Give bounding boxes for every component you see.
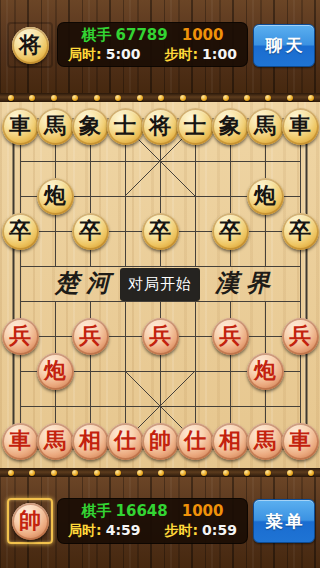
bottom-game-time-label: 局时: [68, 522, 102, 540]
stud-nail-icon [287, 470, 293, 476]
top-game-time-label: 局时: [68, 46, 102, 64]
bottom-player-id: 16648 [116, 502, 168, 520]
piece-black-horse[interactable]: 馬 [37, 108, 74, 145]
piece-red-horse[interactable]: 馬 [247, 423, 284, 460]
stud-nail-icon [265, 95, 271, 101]
river-label-han-jie: 漢界 [215, 265, 277, 301]
game-start-toast: 对局开始 [120, 268, 200, 301]
piece-red-cannon[interactable]: 炮 [37, 353, 74, 390]
piece-black-elephant[interactable]: 象 [72, 108, 109, 145]
stud-nail-icon [94, 95, 100, 101]
top-game-time-value: 5:00 [106, 46, 141, 62]
stud-nail-icon [158, 470, 164, 476]
piece-red-elephant[interactable]: 相 [72, 423, 109, 460]
top-player-id: 67789 [116, 26, 168, 44]
red-general-indicator-piece: 帥 [12, 503, 49, 540]
piece-red-rook[interactable]: 車 [2, 423, 39, 460]
board-bottom-edge-studs [0, 468, 320, 477]
stud-nail-icon [244, 95, 250, 101]
stud-nail-icon [265, 470, 271, 476]
top-player-rating: 1000 [182, 26, 224, 44]
bottom-player-name: 棋手 [82, 502, 112, 521]
piece-black-elephant[interactable]: 象 [212, 108, 249, 145]
stud-nail-icon [29, 470, 35, 476]
bottom-player-info-panel: 棋手 16648 1000 局时: 4:59 步时: 0:59 [57, 498, 248, 544]
top-turn-indicator-slot: 将 [7, 22, 53, 68]
piece-red-horse[interactable]: 馬 [37, 423, 74, 460]
stud-nail-icon [72, 470, 78, 476]
piece-black-cannon[interactable]: 炮 [37, 178, 74, 215]
stud-nail-icon [137, 470, 143, 476]
stud-nail-icon [115, 470, 121, 476]
xiangqi-board[interactable]: 楚河 漢界 車馬象士将士象馬車炮炮卒卒卒卒卒兵兵兵兵兵炮炮車馬相仕帥仕相馬車 对… [0, 102, 320, 468]
piece-black-soldier[interactable]: 卒 [2, 213, 39, 250]
piece-red-soldier[interactable]: 兵 [282, 318, 319, 355]
stud-nail-icon [8, 95, 14, 101]
piece-black-advisor[interactable]: 士 [177, 108, 214, 145]
bottom-game-time-value: 4:59 [106, 522, 141, 538]
piece-red-rook[interactable]: 車 [282, 423, 319, 460]
stud-nail-icon [29, 95, 35, 101]
top-player-bar: 将 棋手 67789 1000 局时: 5:00 步时: 1:00 [0, 0, 320, 93]
piece-red-advisor[interactable]: 仕 [107, 423, 144, 460]
stud-nail-icon [137, 95, 143, 101]
bottom-move-time-value: 0:59 [202, 522, 237, 538]
top-player-name: 棋手 [82, 26, 112, 45]
top-move-time-label: 步时: [165, 46, 199, 64]
bottom-turn-indicator-slot: 帥 [7, 498, 53, 544]
top-move-time-value: 1:00 [202, 46, 237, 62]
piece-red-soldier[interactable]: 兵 [142, 318, 179, 355]
stud-nail-icon [180, 95, 186, 101]
stud-nail-icon [287, 95, 293, 101]
bottom-move-time-label: 步时: [165, 522, 199, 540]
piece-red-soldier[interactable]: 兵 [72, 318, 109, 355]
stud-nail-icon [158, 95, 164, 101]
stud-nail-icon [51, 470, 57, 476]
xiangqi-app-screen: 将 棋手 67789 1000 局时: 5:00 步时: 1:00 [0, 0, 320, 568]
stud-nail-icon [244, 470, 250, 476]
bottom-player-rating: 1000 [182, 502, 224, 520]
piece-black-soldier[interactable]: 卒 [72, 213, 109, 250]
river-label-chu-he: 楚河 [55, 265, 117, 301]
stud-nail-icon [223, 95, 229, 101]
stud-nail-icon [94, 470, 100, 476]
piece-black-rook[interactable]: 車 [282, 108, 319, 145]
piece-black-soldier[interactable]: 卒 [142, 213, 179, 250]
piece-red-elephant[interactable]: 相 [212, 423, 249, 460]
piece-red-soldier[interactable]: 兵 [2, 318, 39, 355]
stud-nail-icon [223, 470, 229, 476]
piece-black-soldier[interactable]: 卒 [282, 213, 319, 250]
chat-button[interactable]: 聊天 [253, 24, 315, 67]
piece-red-advisor[interactable]: 仕 [177, 423, 214, 460]
piece-black-general[interactable]: 将 [142, 108, 179, 145]
stud-nail-icon [308, 95, 314, 101]
stud-nail-icon [180, 470, 186, 476]
piece-red-cannon[interactable]: 炮 [247, 353, 284, 390]
piece-red-general[interactable]: 帥 [142, 423, 179, 460]
board-top-edge-studs [0, 93, 320, 102]
stud-nail-icon [51, 95, 57, 101]
piece-black-cannon[interactable]: 炮 [247, 178, 284, 215]
piece-red-soldier[interactable]: 兵 [212, 318, 249, 355]
stud-nail-icon [72, 95, 78, 101]
top-player-info-panel: 棋手 67789 1000 局时: 5:00 步时: 1:00 [57, 22, 248, 67]
bottom-player-bar: 帥 棋手 16648 1000 局时: 4:59 步时: 0:59 [0, 477, 320, 568]
piece-black-soldier[interactable]: 卒 [212, 213, 249, 250]
stud-nail-icon [115, 95, 121, 101]
stud-nail-icon [308, 470, 314, 476]
stud-nail-icon [8, 470, 14, 476]
piece-black-advisor[interactable]: 士 [107, 108, 144, 145]
black-general-indicator-piece: 将 [12, 27, 49, 64]
stud-nail-icon [201, 95, 207, 101]
piece-black-horse[interactable]: 馬 [247, 108, 284, 145]
piece-black-rook[interactable]: 車 [2, 108, 39, 145]
stud-nail-icon [201, 470, 207, 476]
menu-button[interactable]: 菜单 [253, 499, 315, 543]
